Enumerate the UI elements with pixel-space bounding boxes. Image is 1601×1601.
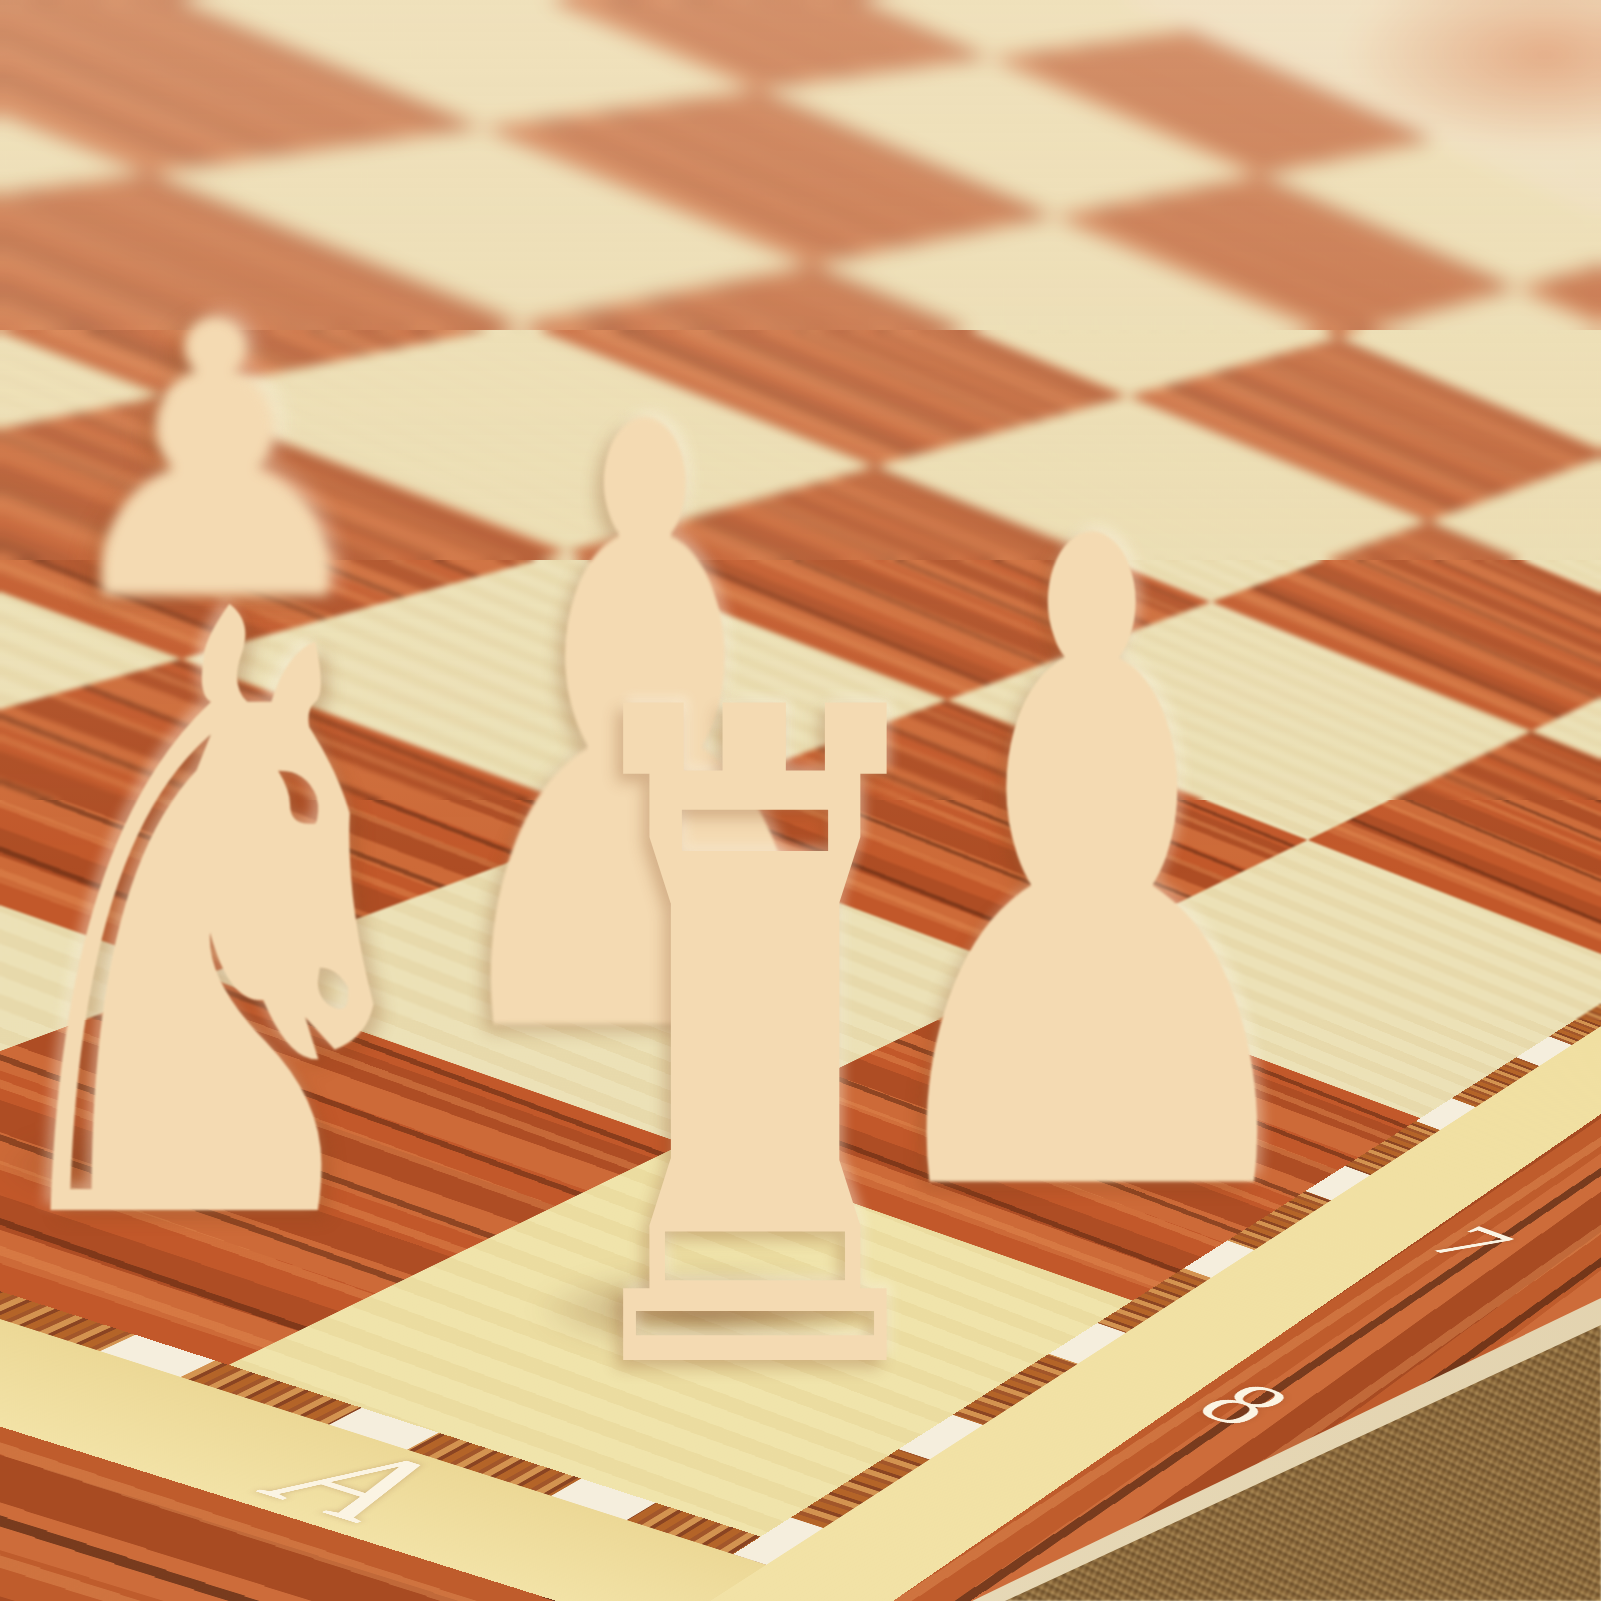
chess-board: A 8 7 [0,0,1601,1537]
chessboard-photo-scene: A 8 7 ♟ ♟ ♞ ♟ ♜ [0,0,1601,1601]
